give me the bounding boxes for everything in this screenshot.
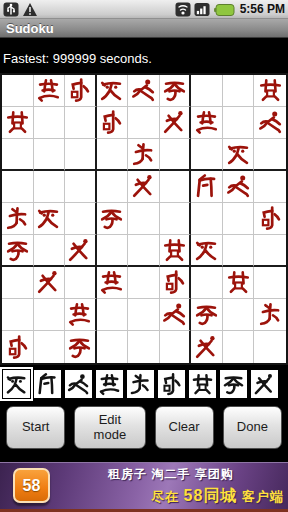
board-cell-r3c5[interactable]: [128, 139, 160, 171]
board-cell-r4c6[interactable]: [160, 171, 192, 203]
board-cell-r6c1[interactable]: [2, 235, 34, 267]
edit-mode-button[interactable]: Edit mode: [74, 406, 145, 449]
ad-58-logo: 58: [13, 468, 50, 503]
board-cell-r9c5[interactable]: [128, 331, 160, 363]
board-cell-r9c6[interactable]: [160, 331, 192, 363]
palette-tile-4[interactable]: [95, 369, 124, 399]
wifi-icon: [175, 2, 191, 17]
board-cell-r7c8[interactable]: [223, 267, 255, 299]
board-cell-r2c2[interactable]: [34, 107, 66, 139]
usb-icon: [3, 2, 19, 17]
battery-icon: [213, 2, 235, 17]
board-cell-r8c6[interactable]: [160, 299, 192, 331]
board-cell-r5c8[interactable]: [223, 203, 255, 235]
board-cell-r7c5[interactable]: [128, 267, 160, 299]
board-cell-r7c3[interactable]: [65, 267, 97, 299]
board-cell-r6c7[interactable]: [191, 235, 223, 267]
board-cell-r8c4[interactable]: [97, 299, 129, 331]
board-cell-r4c1[interactable]: [2, 171, 34, 203]
palette-tile-3[interactable]: [64, 369, 93, 399]
board-cell-r5c5[interactable]: [128, 203, 160, 235]
board-cell-r2c1[interactable]: [2, 107, 34, 139]
board-cell-r1c5[interactable]: [128, 75, 160, 107]
board-cell-r3c7[interactable]: [191, 139, 223, 171]
board-cell-r8c3[interactable]: [65, 299, 97, 331]
board-cell-r2c3[interactable]: [65, 107, 97, 139]
board-cell-r3c9[interactable]: [254, 139, 286, 171]
board-cell-r1c9[interactable]: [254, 75, 286, 107]
board-cell-r3c2[interactable]: [34, 139, 66, 171]
board-cell-r3c8[interactable]: [223, 139, 255, 171]
board-cell-r6c8[interactable]: [223, 235, 255, 267]
board-cell-r6c2[interactable]: [34, 235, 66, 267]
spacer: [0, 452, 288, 462]
board-cell-r4c2[interactable]: [34, 171, 66, 203]
app-title: Sudoku: [6, 21, 54, 36]
ad-line2-suffix: 客户端: [242, 489, 284, 504]
board-cell-r4c5[interactable]: [128, 171, 160, 203]
palette-tile-8[interactable]: [219, 369, 248, 399]
board-cell-r9c4[interactable]: [97, 331, 129, 363]
board-cell-r3c1[interactable]: [2, 139, 34, 171]
board-cell-r2c5[interactable]: [128, 107, 160, 139]
done-button[interactable]: Done: [223, 406, 282, 449]
board-cell-r8c8[interactable]: [223, 299, 255, 331]
board-cell-r7c9[interactable]: [254, 267, 286, 299]
board-cell-r7c6[interactable]: [160, 267, 192, 299]
board-cell-r6c5[interactable]: [128, 235, 160, 267]
board-cell-r1c6[interactable]: [160, 75, 192, 107]
board-cell-r7c1[interactable]: [2, 267, 34, 299]
board-cell-r9c8[interactable]: [223, 331, 255, 363]
board-cell-r1c8[interactable]: [223, 75, 255, 107]
board-cell-r8c5[interactable]: [128, 299, 160, 331]
board-cell-r6c3[interactable]: [65, 235, 97, 267]
ad-line1: 租房子 淘二手 享团购: [58, 466, 284, 483]
board-cell-r9c2[interactable]: [34, 331, 66, 363]
board-cell-r5c9[interactable]: [254, 203, 286, 235]
board-cell-r5c6[interactable]: [160, 203, 192, 235]
board-cell-r5c4[interactable]: [97, 203, 129, 235]
palette-tile-7[interactable]: [188, 369, 217, 399]
board-cell-r5c3[interactable]: [65, 203, 97, 235]
board-cell-r7c4[interactable]: [97, 267, 129, 299]
board-cell-r3c3[interactable]: [65, 139, 97, 171]
board-cell-r9c9[interactable]: [254, 331, 286, 363]
board-cell-r1c3[interactable]: [65, 75, 97, 107]
board-cell-r4c8[interactable]: [223, 171, 255, 203]
button-row: Start Edit mode Clear Done: [0, 403, 288, 452]
board-cell-r8c2[interactable]: [34, 299, 66, 331]
warning-icon: [22, 2, 38, 17]
board-cell-r3c6[interactable]: [160, 139, 192, 171]
ad-line2: 尽在 58同城 客户端: [58, 486, 284, 507]
palette-tile-5[interactable]: [126, 369, 155, 399]
board-cell-r5c2[interactable]: [34, 203, 66, 235]
board-cell-r2c6[interactable]: [160, 107, 192, 139]
palette-tile-1[interactable]: [2, 369, 31, 399]
phone-screen: 5:56 PM Sudoku Fastest: 999999 seconds. …: [0, 0, 288, 512]
board-cell-r5c7[interactable]: [191, 203, 223, 235]
board-cell-r1c4[interactable]: [97, 75, 129, 107]
board-cell-r9c1[interactable]: [2, 331, 34, 363]
board-cell-r1c2[interactable]: [34, 75, 66, 107]
status-bar: 5:56 PM: [0, 0, 288, 19]
board-cell-r9c3[interactable]: [65, 331, 97, 363]
board-cell-r4c3[interactable]: [65, 171, 97, 203]
sudoku-board: [0, 73, 288, 365]
palette-tile-2[interactable]: [33, 369, 62, 399]
board-cell-r6c9[interactable]: [254, 235, 286, 267]
clock-text: 5:56 PM: [240, 2, 285, 16]
ad-line2-prefix: 尽在: [151, 489, 179, 504]
board-cell-r2c7[interactable]: [191, 107, 223, 139]
palette-tile-6[interactable]: [157, 369, 186, 399]
fastest-status: Fastest: 999999 seconds.: [0, 38, 288, 73]
board-cell-r4c9[interactable]: [254, 171, 286, 203]
palette-tile-9[interactable]: [250, 369, 279, 399]
board-cell-r8c1[interactable]: [2, 299, 34, 331]
glyph-palette: [0, 365, 288, 403]
board-cell-r5c1[interactable]: [2, 203, 34, 235]
board-cell-r8c9[interactable]: [254, 299, 286, 331]
board-cell-r1c7[interactable]: [191, 75, 223, 107]
board-cell-r6c4[interactable]: [97, 235, 129, 267]
board-cell-r6c6[interactable]: [160, 235, 192, 267]
signal-icon: [194, 2, 210, 17]
title-bar: Sudoku: [0, 19, 288, 38]
board-cell-r2c4[interactable]: [97, 107, 129, 139]
board-cell-r4c4[interactable]: [97, 171, 129, 203]
board-cell-r9c7[interactable]: [191, 331, 223, 363]
board-cell-r3c4[interactable]: [97, 139, 129, 171]
board-cell-r4c7[interactable]: [191, 171, 223, 203]
board-cell-r1c1[interactable]: [2, 75, 34, 107]
start-button[interactable]: Start: [6, 406, 65, 449]
board-cell-r7c7[interactable]: [191, 267, 223, 299]
board-cell-r2c8[interactable]: [223, 107, 255, 139]
ad-banner[interactable]: 58 租房子 淘二手 享团购 尽在 58同城 客户端: [0, 462, 288, 512]
ad-line2-brand: 58同城: [184, 487, 238, 504]
board-cell-r2c9[interactable]: [254, 107, 286, 139]
board-cell-r7c2[interactable]: [34, 267, 66, 299]
clear-button[interactable]: Clear: [155, 406, 214, 449]
board-cell-r8c7[interactable]: [191, 299, 223, 331]
